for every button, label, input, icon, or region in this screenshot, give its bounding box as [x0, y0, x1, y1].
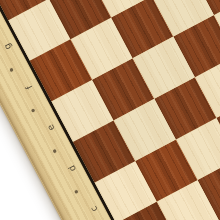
board-rotation-wrapper: abcdefgh — [0, 0, 220, 220]
board-photo: abcdefgh — [0, 0, 220, 220]
chess-board: abcdefgh — [0, 0, 220, 220]
